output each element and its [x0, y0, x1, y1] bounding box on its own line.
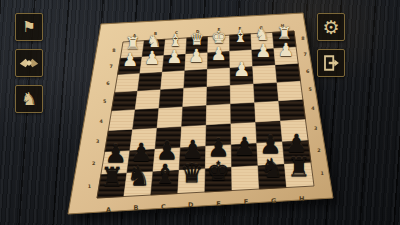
piece-white-pawn-b7[interactable]: ♟ [143, 49, 161, 67]
piece-black-rook-a1[interactable]: ♜ [99, 164, 125, 190]
flag-icon: ⚑ [22, 20, 35, 35]
coord-label-5: 5 [103, 99, 106, 104]
offer-draw-button[interactable] [15, 49, 43, 77]
piece-white-pawn-e7[interactable]: ♟ [210, 45, 228, 63]
piece-black-pawn-f2[interactable]: ♟ [232, 135, 257, 160]
coord-label-7: 7 [109, 64, 112, 69]
piece-black-knight-b1[interactable]: ♞ [125, 163, 151, 189]
coord-label-2: 2 [92, 161, 95, 166]
piece-black-king-e1[interactable]: ♚ [205, 158, 231, 184]
square-g6[interactable] [253, 65, 277, 84]
square-b6[interactable] [138, 72, 163, 91]
square-e4[interactable] [206, 104, 231, 125]
square-g4[interactable] [255, 101, 281, 122]
square-c4[interactable] [157, 106, 183, 127]
piece-white-pawn-h7[interactable]: ♟ [277, 41, 295, 59]
coord-label-D: D [188, 201, 194, 209]
coord-label-3: 3 [314, 126, 317, 131]
piece-white-pawn-f6[interactable]: ♟ [232, 60, 251, 79]
coord-label-E: E [216, 200, 220, 208]
piece-black-bishop-c1[interactable]: ♝ [152, 161, 178, 187]
square-d5[interactable] [183, 86, 207, 106]
piece-black-rook-h1[interactable]: ♜ [286, 154, 312, 180]
gear-icon: ⚙ [322, 18, 339, 37]
square-c6[interactable] [161, 70, 185, 89]
square-d6[interactable] [184, 69, 208, 88]
piece-white-bishop-f8[interactable]: ♝ [232, 29, 249, 46]
handshake-icon [19, 56, 39, 70]
square-a5[interactable] [112, 91, 138, 111]
square-f1[interactable] [232, 165, 260, 190]
coord-label-C: C [161, 203, 166, 211]
settings-button[interactable]: ⚙ [317, 13, 345, 41]
square-f5[interactable] [230, 84, 254, 104]
square-h6[interactable] [275, 63, 300, 82]
coord-label-7: 7 [304, 52, 307, 57]
coord-label-1: 1 [320, 171, 323, 176]
piece-black-queen-d1[interactable]: ♛ [179, 160, 205, 186]
piece-white-pawn-a7[interactable]: ♟ [121, 51, 139, 69]
piece-white-pawn-c7[interactable]: ♟ [165, 48, 183, 66]
square-d4[interactable] [182, 105, 207, 126]
exit-icon [322, 54, 340, 72]
square-h5[interactable] [277, 81, 303, 101]
square-c5[interactable] [159, 88, 184, 108]
coord-label-1: 1 [88, 184, 91, 189]
resign-button[interactable]: ⚑ [15, 13, 43, 41]
coord-label-3: 3 [96, 139, 99, 144]
coord-label-A: A [106, 206, 111, 214]
coord-label-H: H [299, 195, 304, 203]
piece-black-knight-g1[interactable]: ♞ [259, 155, 285, 181]
exit-button[interactable] [317, 49, 345, 77]
coord-label-G: G [271, 197, 276, 205]
knight-icon: ♞ [21, 90, 37, 108]
square-g5[interactable] [254, 82, 279, 102]
square-b5[interactable] [135, 89, 161, 109]
square-e5[interactable] [207, 85, 231, 105]
coord-label-2: 2 [317, 148, 320, 153]
coord-label-5: 5 [309, 87, 312, 92]
piece-white-pawn-d7[interactable]: ♟ [187, 47, 205, 65]
square-e6[interactable] [207, 67, 230, 86]
new-game-button[interactable]: ♞ [15, 85, 43, 113]
coord-label-F: F [244, 198, 248, 206]
square-a4[interactable] [108, 109, 135, 130]
square-b4[interactable] [133, 108, 159, 129]
piece-white-pawn-g7[interactable]: ♟ [254, 42, 272, 60]
coord-label-B: B [133, 204, 138, 212]
square-h4[interactable] [279, 99, 306, 120]
square-a6[interactable] [115, 73, 140, 92]
square-f4[interactable] [231, 102, 256, 123]
